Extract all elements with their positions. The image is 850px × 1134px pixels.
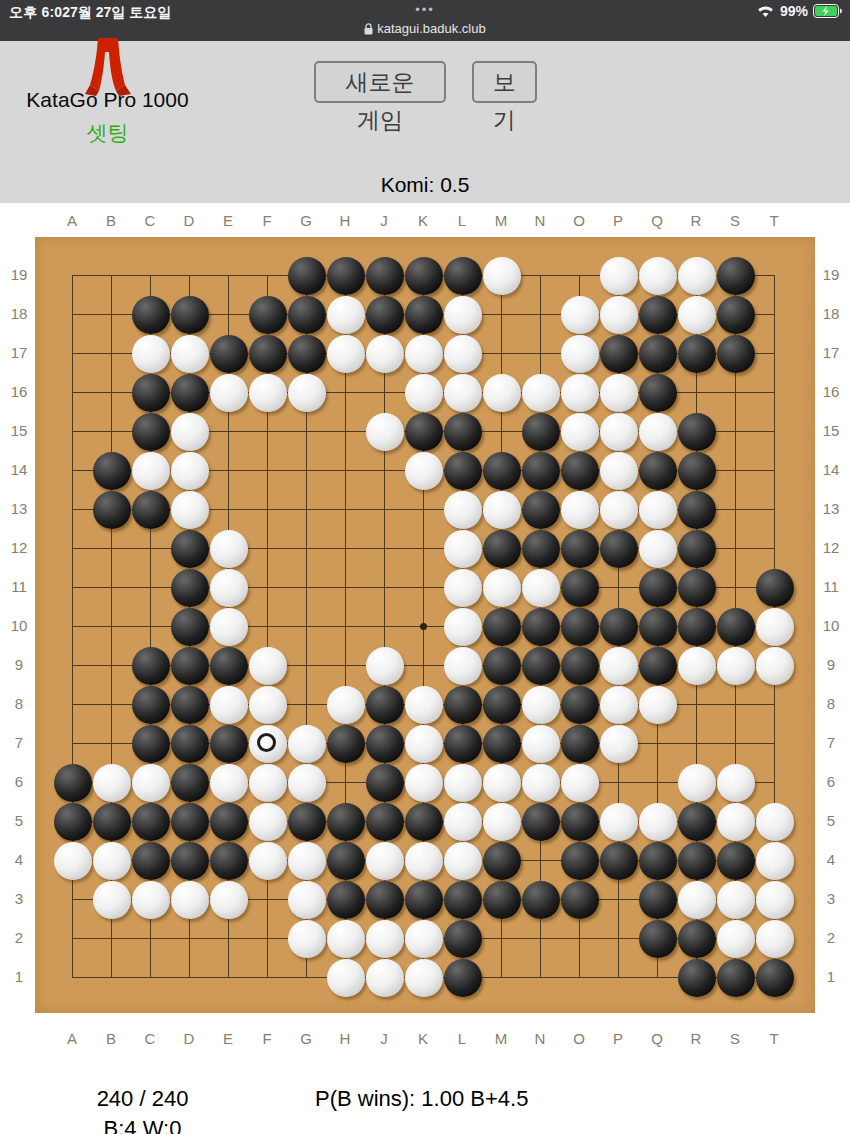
black-stone-P17 <box>600 335 638 373</box>
white-stone-E10 <box>210 608 248 646</box>
white-stone-N8 <box>522 686 560 724</box>
page: { "status_bar": { "time": "오후 6:02", "da… <box>0 0 850 1134</box>
white-stone-T2 <box>756 920 794 958</box>
black-stone-D12 <box>171 530 209 568</box>
black-stone-M14 <box>483 452 521 490</box>
col-label-top-H: H <box>333 212 357 229</box>
white-stone-C6 <box>132 764 170 802</box>
white-stone-R19 <box>678 257 716 295</box>
white-stone-T4 <box>756 842 794 880</box>
white-stone-K17 <box>405 335 443 373</box>
row-label-right-17: 17 <box>816 344 846 361</box>
white-stone-T9 <box>756 647 794 685</box>
black-stone-L1 <box>444 959 482 997</box>
row-label-right-19: 19 <box>816 266 846 283</box>
col-label-bottom-T: T <box>762 1030 786 1047</box>
white-stone-P19 <box>600 257 638 295</box>
col-label-top-S: S <box>723 212 747 229</box>
white-stone-P5 <box>600 803 638 841</box>
white-stone-L5 <box>444 803 482 841</box>
col-label-bottom-K: K <box>411 1030 435 1047</box>
row-label-left-10: 10 <box>4 617 34 634</box>
black-stone-T1 <box>756 959 794 997</box>
black-stone-Q2 <box>639 920 677 958</box>
board-section: ABCDEFGHJKLMNOPQRST 19181716151413121110… <box>0 203 850 1060</box>
black-stone-G18 <box>288 296 326 334</box>
col-label-top-G: G <box>294 212 318 229</box>
black-stone-M8 <box>483 686 521 724</box>
row-label-left-6: 6 <box>4 773 34 790</box>
black-stone-O14 <box>561 452 599 490</box>
white-stone-K16 <box>405 374 443 412</box>
row-label-left-4: 4 <box>4 851 34 868</box>
multitask-dots-icon[interactable]: ••• <box>0 2 850 17</box>
white-stone-K1 <box>405 959 443 997</box>
col-label-top-N: N <box>528 212 552 229</box>
col-label-top-Q: Q <box>645 212 669 229</box>
white-stone-E16 <box>210 374 248 412</box>
white-stone-L13 <box>444 491 482 529</box>
white-stone-P9 <box>600 647 638 685</box>
black-stone-L15 <box>444 413 482 451</box>
col-label-top-R: R <box>684 212 708 229</box>
row-label-right-2: 2 <box>816 929 846 946</box>
white-stone-T5 <box>756 803 794 841</box>
black-stone-N3 <box>522 881 560 919</box>
row-label-left-17: 17 <box>4 344 34 361</box>
row-label-right-4: 4 <box>816 851 846 868</box>
row-label-left-11: 11 <box>4 578 34 595</box>
white-stone-G3 <box>288 881 326 919</box>
white-stone-P15 <box>600 413 638 451</box>
white-stone-L12 <box>444 530 482 568</box>
white-stone-Q12 <box>639 530 677 568</box>
row-label-right-10: 10 <box>816 617 846 634</box>
white-stone-K14 <box>405 452 443 490</box>
white-stone-M16 <box>483 374 521 412</box>
white-stone-L11 <box>444 569 482 607</box>
row-label-left-14: 14 <box>4 461 34 478</box>
row-label-right-11: 11 <box>816 578 846 595</box>
white-stone-M6 <box>483 764 521 802</box>
col-label-top-J: J <box>372 212 396 229</box>
col-label-top-M: M <box>489 212 513 229</box>
white-stone-O15 <box>561 413 599 451</box>
black-stone-Q11 <box>639 569 677 607</box>
white-stone-K7 <box>405 725 443 763</box>
col-label-bottom-Q: Q <box>645 1030 669 1047</box>
settings-link[interactable]: 셋팅 <box>0 119 215 147</box>
white-stone-R3 <box>678 881 716 919</box>
black-stone-K18 <box>405 296 443 334</box>
black-stone-P4 <box>600 842 638 880</box>
black-stone-S19 <box>717 257 755 295</box>
white-stone-G4 <box>288 842 326 880</box>
white-stone-G2 <box>288 920 326 958</box>
col-label-bottom-R: R <box>684 1030 708 1047</box>
white-stone-O18 <box>561 296 599 334</box>
row-label-left-7: 7 <box>4 734 34 751</box>
row-label-right-7: 7 <box>816 734 846 751</box>
white-stone-J1 <box>366 959 404 997</box>
white-stone-C14 <box>132 452 170 490</box>
black-stone-R11 <box>678 569 716 607</box>
white-stone-P14 <box>600 452 638 490</box>
white-stone-P18 <box>600 296 638 334</box>
white-stone-R18 <box>678 296 716 334</box>
battery-charging-icon <box>813 4 842 18</box>
black-stone-H19 <box>327 257 365 295</box>
white-stone-D13 <box>171 491 209 529</box>
col-label-bottom-H: H <box>333 1030 357 1047</box>
black-stone-R5 <box>678 803 716 841</box>
white-stone-N7 <box>522 725 560 763</box>
battery-percent: 99% <box>780 3 808 19</box>
row-label-right-15: 15 <box>816 422 846 439</box>
black-stone-M3 <box>483 881 521 919</box>
col-label-top-A: A <box>60 212 84 229</box>
black-stone-N9 <box>522 647 560 685</box>
black-stone-N14 <box>522 452 560 490</box>
row-label-left-16: 16 <box>4 383 34 400</box>
col-label-bottom-A: A <box>60 1030 84 1047</box>
black-stone-C16 <box>132 374 170 412</box>
row-label-left-13: 13 <box>4 500 34 517</box>
white-stone-D3 <box>171 881 209 919</box>
black-stone-C9 <box>132 647 170 685</box>
white-stone-L17 <box>444 335 482 373</box>
white-stone-L6 <box>444 764 482 802</box>
black-stone-O5 <box>561 803 599 841</box>
black-stone-G19 <box>288 257 326 295</box>
row-label-right-5: 5 <box>816 812 846 829</box>
black-stone-R2 <box>678 920 716 958</box>
white-stone-K4 <box>405 842 443 880</box>
black-stone-J19 <box>366 257 404 295</box>
row-label-right-8: 8 <box>816 695 846 712</box>
col-label-top-P: P <box>606 212 630 229</box>
white-stone-J9 <box>366 647 404 685</box>
white-stone-H2 <box>327 920 365 958</box>
col-label-bottom-P: P <box>606 1030 630 1047</box>
white-stone-Q13 <box>639 491 677 529</box>
black-stone-H4 <box>327 842 365 880</box>
white-stone-Q19 <box>639 257 677 295</box>
col-label-bottom-N: N <box>528 1030 552 1047</box>
black-stone-T11 <box>756 569 794 607</box>
white-stone-F6 <box>249 764 287 802</box>
white-stone-B6 <box>93 764 131 802</box>
black-stone-C4 <box>132 842 170 880</box>
col-label-bottom-E: E <box>216 1030 240 1047</box>
black-stone-O11 <box>561 569 599 607</box>
black-stone-D8 <box>171 686 209 724</box>
capture-counts: B:4 W:0 <box>60 1116 225 1134</box>
black-stone-Q9 <box>639 647 677 685</box>
white-stone-M13 <box>483 491 521 529</box>
white-stone-H8 <box>327 686 365 724</box>
black-stone-G17 <box>288 335 326 373</box>
white-stone-K2 <box>405 920 443 958</box>
black-stone-A5 <box>54 803 92 841</box>
black-stone-N5 <box>522 803 560 841</box>
black-stone-D18 <box>171 296 209 334</box>
white-stone-F16 <box>249 374 287 412</box>
black-stone-D6 <box>171 764 209 802</box>
wifi-icon <box>756 4 775 18</box>
status-bar: 오후 6:02 7월 27일 토요일 ••• 99% <box>0 0 850 41</box>
white-stone-C3 <box>132 881 170 919</box>
black-stone-L14 <box>444 452 482 490</box>
lock-icon <box>364 23 373 35</box>
row-label-right-12: 12 <box>816 539 846 556</box>
black-stone-D4 <box>171 842 209 880</box>
col-label-bottom-B: B <box>99 1030 123 1047</box>
row-label-left-9: 9 <box>4 656 34 673</box>
white-stone-M19 <box>483 257 521 295</box>
black-stone-K15 <box>405 413 443 451</box>
black-stone-D7 <box>171 725 209 763</box>
col-label-bottom-J: J <box>372 1030 396 1047</box>
black-stone-C18 <box>132 296 170 334</box>
black-stone-R13 <box>678 491 716 529</box>
white-stone-Q5 <box>639 803 677 841</box>
black-stone-O8 <box>561 686 599 724</box>
white-stone-N16 <box>522 374 560 412</box>
white-stone-E11 <box>210 569 248 607</box>
win-rate: P(B wins): 1.00 B+4.5 <box>315 1086 528 1112</box>
black-stone-R10 <box>678 608 716 646</box>
col-label-top-T: T <box>762 212 786 229</box>
black-stone-R4 <box>678 842 716 880</box>
black-stone-C15 <box>132 413 170 451</box>
white-stone-J4 <box>366 842 404 880</box>
black-stone-H5 <box>327 803 365 841</box>
row-label-left-5: 5 <box>4 812 34 829</box>
white-stone-S6 <box>717 764 755 802</box>
white-stone-S3 <box>717 881 755 919</box>
black-stone-F17 <box>249 335 287 373</box>
row-label-left-15: 15 <box>4 422 34 439</box>
white-stone-N6 <box>522 764 560 802</box>
black-stone-Q4 <box>639 842 677 880</box>
black-stone-S10 <box>717 608 755 646</box>
black-stone-R15 <box>678 413 716 451</box>
engine-title: KataGo Pro 1000 <box>0 88 215 112</box>
row-label-left-8: 8 <box>4 695 34 712</box>
white-stone-K6 <box>405 764 443 802</box>
stones-grid[interactable] <box>53 256 794 997</box>
row-label-right-3: 3 <box>816 890 846 907</box>
white-stone-S2 <box>717 920 755 958</box>
col-label-top-C: C <box>138 212 162 229</box>
col-label-bottom-O: O <box>567 1030 591 1047</box>
black-stone-N12 <box>522 530 560 568</box>
black-stone-J6 <box>366 764 404 802</box>
white-stone-R6 <box>678 764 716 802</box>
black-stone-E4 <box>210 842 248 880</box>
black-stone-O7 <box>561 725 599 763</box>
row-label-right-13: 13 <box>816 500 846 517</box>
black-stone-H3 <box>327 881 365 919</box>
white-stone-K8 <box>405 686 443 724</box>
black-stone-J18 <box>366 296 404 334</box>
white-stone-B3 <box>93 881 131 919</box>
white-stone-L10 <box>444 608 482 646</box>
white-stone-H1 <box>327 959 365 997</box>
white-stone-N11 <box>522 569 560 607</box>
row-label-left-1: 1 <box>4 968 34 985</box>
row-label-right-18: 18 <box>816 305 846 322</box>
black-stone-M9 <box>483 647 521 685</box>
url-text: katagui.baduk.club <box>377 21 485 36</box>
white-stone-O6 <box>561 764 599 802</box>
row-label-right-6: 6 <box>816 773 846 790</box>
white-stone-T3 <box>756 881 794 919</box>
white-stone-Q15 <box>639 413 677 451</box>
col-label-bottom-F: F <box>255 1030 279 1047</box>
white-stone-E12 <box>210 530 248 568</box>
white-stone-O13 <box>561 491 599 529</box>
black-stone-K19 <box>405 257 443 295</box>
url-bar[interactable]: katagui.baduk.club <box>364 21 485 36</box>
white-stone-J2 <box>366 920 404 958</box>
black-stone-C7 <box>132 725 170 763</box>
black-stone-B14 <box>93 452 131 490</box>
black-stone-K3 <box>405 881 443 919</box>
col-label-top-E: E <box>216 212 240 229</box>
col-label-top-B: B <box>99 212 123 229</box>
black-stone-M12 <box>483 530 521 568</box>
black-stone-S4 <box>717 842 755 880</box>
black-stone-O4 <box>561 842 599 880</box>
last-move-marker <box>257 733 276 752</box>
row-label-right-16: 16 <box>816 383 846 400</box>
black-stone-P10 <box>600 608 638 646</box>
black-stone-Q14 <box>639 452 677 490</box>
komi-label: Komi: 0.5 <box>0 173 850 197</box>
white-stone-F4 <box>249 842 287 880</box>
black-stone-L7 <box>444 725 482 763</box>
col-label-top-D: D <box>177 212 201 229</box>
black-stone-D10 <box>171 608 209 646</box>
black-stone-Q16 <box>639 374 677 412</box>
black-stone-S18 <box>717 296 755 334</box>
black-stone-D11 <box>171 569 209 607</box>
black-stone-R12 <box>678 530 716 568</box>
black-stone-D5 <box>171 803 209 841</box>
black-stone-N10 <box>522 608 560 646</box>
row-label-right-14: 14 <box>816 461 846 478</box>
white-stone-P7 <box>600 725 638 763</box>
black-stone-D9 <box>171 647 209 685</box>
white-stone-L4 <box>444 842 482 880</box>
black-stone-L19 <box>444 257 482 295</box>
col-label-bottom-M: M <box>489 1030 513 1047</box>
black-stone-M4 <box>483 842 521 880</box>
black-stone-S17 <box>717 335 755 373</box>
black-stone-R1 <box>678 959 716 997</box>
white-stone-O17 <box>561 335 599 373</box>
black-stone-L3 <box>444 881 482 919</box>
white-stone-B4 <box>93 842 131 880</box>
row-label-left-19: 19 <box>4 266 34 283</box>
black-stone-J8 <box>366 686 404 724</box>
white-stone-J15 <box>366 413 404 451</box>
black-stone-A6 <box>54 764 92 802</box>
white-stone-D15 <box>171 413 209 451</box>
black-stone-C5 <box>132 803 170 841</box>
black-stone-C8 <box>132 686 170 724</box>
col-label-bottom-G: G <box>294 1030 318 1047</box>
col-label-top-O: O <box>567 212 591 229</box>
white-stone-P13 <box>600 491 638 529</box>
col-label-top-K: K <box>411 212 435 229</box>
white-stone-G16 <box>288 374 326 412</box>
go-board[interactable] <box>35 237 815 1013</box>
white-stone-L18 <box>444 296 482 334</box>
black-stone-Q18 <box>639 296 677 334</box>
black-stone-R14 <box>678 452 716 490</box>
white-stone-O16 <box>561 374 599 412</box>
white-stone-G6 <box>288 764 326 802</box>
black-stone-B13 <box>93 491 131 529</box>
black-stone-N15 <box>522 413 560 451</box>
col-label-bottom-C: C <box>138 1030 162 1047</box>
white-stone-R9 <box>678 647 716 685</box>
view-button[interactable]: 보기 <box>472 61 537 103</box>
black-stone-E17 <box>210 335 248 373</box>
white-stone-S5 <box>717 803 755 841</box>
row-label-right-1: 1 <box>816 968 846 985</box>
black-stone-M10 <box>483 608 521 646</box>
col-label-bottom-D: D <box>177 1030 201 1047</box>
white-stone-P16 <box>600 374 638 412</box>
col-label-top-F: F <box>255 212 279 229</box>
white-stone-M5 <box>483 803 521 841</box>
black-stone-J3 <box>366 881 404 919</box>
white-stone-T10 <box>756 608 794 646</box>
black-stone-H7 <box>327 725 365 763</box>
white-stone-C17 <box>132 335 170 373</box>
white-stone-J17 <box>366 335 404 373</box>
black-stone-S1 <box>717 959 755 997</box>
black-stone-O9 <box>561 647 599 685</box>
new-game-button[interactable]: 새로운 게임 <box>314 61 446 103</box>
black-stone-D16 <box>171 374 209 412</box>
black-stone-M7 <box>483 725 521 763</box>
black-stone-G5 <box>288 803 326 841</box>
black-stone-J5 <box>366 803 404 841</box>
white-stone-M11 <box>483 569 521 607</box>
col-label-bottom-L: L <box>450 1030 474 1047</box>
col-label-bottom-S: S <box>723 1030 747 1047</box>
black-stone-N13 <box>522 491 560 529</box>
white-stone-H17 <box>327 335 365 373</box>
white-stone-A4 <box>54 842 92 880</box>
white-stone-F7 <box>249 725 287 763</box>
black-stone-P12 <box>600 530 638 568</box>
black-stone-O12 <box>561 530 599 568</box>
black-stone-E7 <box>210 725 248 763</box>
header: KataGo Pro 1000 셋팅 새로운 게임 보기 Komi: 0.5 <box>0 41 850 203</box>
white-stone-Q8 <box>639 686 677 724</box>
black-stone-B5 <box>93 803 131 841</box>
black-stone-O3 <box>561 881 599 919</box>
white-stone-E8 <box>210 686 248 724</box>
black-stone-L2 <box>444 920 482 958</box>
black-stone-J7 <box>366 725 404 763</box>
